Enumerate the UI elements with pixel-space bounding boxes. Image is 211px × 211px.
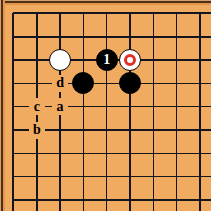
- black-stone: 1: [96, 49, 118, 71]
- point-label-b: b: [29, 122, 45, 139]
- point-label-c: c: [29, 98, 45, 115]
- white-stone: [49, 49, 71, 71]
- point-label-d: d: [52, 75, 68, 92]
- go-diagram: dcab1: [0, 0, 211, 211]
- point-label-a: a: [52, 98, 68, 115]
- move-number-label: 1: [103, 53, 110, 67]
- black-stone: [72, 72, 94, 94]
- black-stone: [119, 72, 141, 94]
- stones-layer: dcab1: [0, 0, 211, 211]
- white-stone: [119, 49, 141, 71]
- circle-mark-icon: [124, 54, 137, 67]
